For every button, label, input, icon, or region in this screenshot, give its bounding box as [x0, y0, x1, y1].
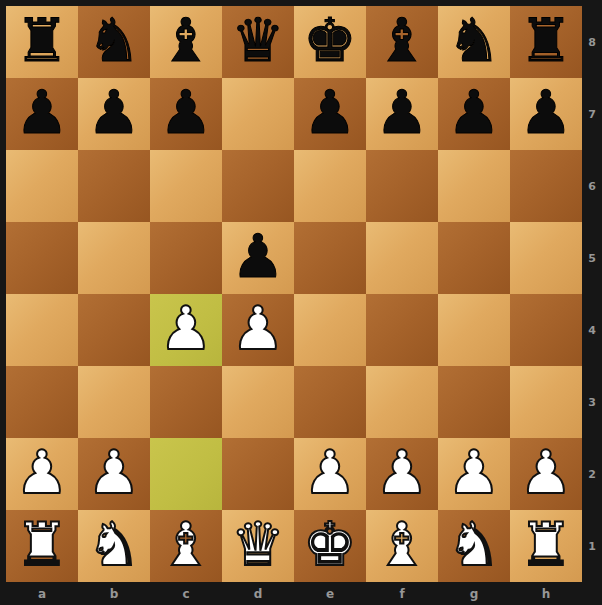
rank-label-2: 2: [582, 438, 602, 510]
file-label-f: f: [366, 582, 438, 605]
square-a8[interactable]: ♜: [6, 6, 78, 78]
square-b1[interactable]: ♞: [78, 510, 150, 582]
square-h3[interactable]: [510, 366, 582, 438]
square-a1[interactable]: ♜: [6, 510, 78, 582]
rank-labels: 87654321: [582, 6, 602, 582]
square-b6[interactable]: [78, 150, 150, 222]
square-d7[interactable]: [222, 78, 294, 150]
square-f7[interactable]: ♟: [366, 78, 438, 150]
piece-black-pawn[interactable]: ♟: [150, 76, 222, 148]
square-c5[interactable]: [150, 222, 222, 294]
file-labels: abcdefgh: [6, 582, 582, 605]
square-c1[interactable]: ♝: [150, 510, 222, 582]
square-g3[interactable]: [438, 366, 510, 438]
square-b8[interactable]: ♞: [78, 6, 150, 78]
board-frame: ♜♞♝♛♚♝♞♜♟♟♟♟♟♟♟♟♟♟♟♟♟♟♟♟♜♞♝♛♚♝♞♜ 8765432…: [0, 0, 602, 605]
piece-white-pawn[interactable]: ♟: [294, 436, 366, 508]
square-f5[interactable]: [366, 222, 438, 294]
piece-black-pawn[interactable]: ♟: [222, 220, 294, 292]
file-label-e: e: [294, 582, 366, 605]
piece-black-bishop[interactable]: ♝: [150, 4, 222, 76]
square-d8[interactable]: ♛: [222, 6, 294, 78]
square-d2[interactable]: [222, 438, 294, 510]
square-e1[interactable]: ♚: [294, 510, 366, 582]
rank-label-5: 5: [582, 222, 602, 294]
file-label-g: g: [438, 582, 510, 605]
square-g7[interactable]: ♟: [438, 78, 510, 150]
piece-black-pawn[interactable]: ♟: [294, 76, 366, 148]
square-c7[interactable]: ♟: [150, 78, 222, 150]
square-a3[interactable]: [6, 366, 78, 438]
piece-white-queen[interactable]: ♛: [222, 508, 294, 580]
square-e8[interactable]: ♚: [294, 6, 366, 78]
square-g1[interactable]: ♞: [438, 510, 510, 582]
square-f8[interactable]: ♝: [366, 6, 438, 78]
file-label-c: c: [150, 582, 222, 605]
piece-white-rook[interactable]: ♜: [510, 508, 582, 580]
piece-black-queen[interactable]: ♛: [222, 4, 294, 76]
square-b7[interactable]: ♟: [78, 78, 150, 150]
piece-white-rook[interactable]: ♜: [6, 508, 78, 580]
rank-label-3: 3: [582, 366, 602, 438]
piece-white-pawn[interactable]: ♟: [366, 436, 438, 508]
square-a5[interactable]: [6, 222, 78, 294]
piece-white-pawn[interactable]: ♟: [150, 292, 222, 364]
square-h1[interactable]: ♜: [510, 510, 582, 582]
square-h4[interactable]: [510, 294, 582, 366]
square-d1[interactable]: ♛: [222, 510, 294, 582]
square-c2[interactable]: [150, 438, 222, 510]
piece-white-king[interactable]: ♚: [294, 508, 366, 580]
piece-black-rook[interactable]: ♜: [510, 4, 582, 76]
square-c4[interactable]: ♟: [150, 294, 222, 366]
piece-black-king[interactable]: ♚: [294, 4, 366, 76]
square-c8[interactable]: ♝: [150, 6, 222, 78]
piece-white-bishop[interactable]: ♝: [366, 508, 438, 580]
rank-label-7: 7: [582, 78, 602, 150]
file-label-a: a: [6, 582, 78, 605]
piece-black-knight[interactable]: ♞: [78, 4, 150, 76]
square-e5[interactable]: [294, 222, 366, 294]
square-f2[interactable]: ♟: [366, 438, 438, 510]
piece-black-rook[interactable]: ♜: [6, 4, 78, 76]
square-d6[interactable]: [222, 150, 294, 222]
square-f6[interactable]: [366, 150, 438, 222]
square-h6[interactable]: [510, 150, 582, 222]
square-g6[interactable]: [438, 150, 510, 222]
square-b4[interactable]: [78, 294, 150, 366]
piece-black-pawn[interactable]: ♟: [510, 76, 582, 148]
piece-white-knight[interactable]: ♞: [438, 508, 510, 580]
square-e4[interactable]: [294, 294, 366, 366]
square-d3[interactable]: [222, 366, 294, 438]
piece-white-pawn[interactable]: ♟: [6, 436, 78, 508]
piece-white-pawn[interactable]: ♟: [510, 436, 582, 508]
piece-white-pawn[interactable]: ♟: [222, 292, 294, 364]
square-g2[interactable]: ♟: [438, 438, 510, 510]
square-b3[interactable]: [78, 366, 150, 438]
square-g5[interactable]: [438, 222, 510, 294]
chess-board: ♜♞♝♛♚♝♞♜♟♟♟♟♟♟♟♟♟♟♟♟♟♟♟♟♜♞♝♛♚♝♞♜: [6, 6, 582, 582]
square-g8[interactable]: ♞: [438, 6, 510, 78]
piece-black-pawn[interactable]: ♟: [366, 76, 438, 148]
square-h7[interactable]: ♟: [510, 78, 582, 150]
square-a4[interactable]: [6, 294, 78, 366]
piece-white-pawn[interactable]: ♟: [438, 436, 510, 508]
rank-label-4: 4: [582, 294, 602, 366]
piece-black-bishop[interactable]: ♝: [366, 4, 438, 76]
square-e2[interactable]: ♟: [294, 438, 366, 510]
rank-label-8: 8: [582, 6, 602, 78]
piece-white-bishop[interactable]: ♝: [150, 508, 222, 580]
square-e6[interactable]: [294, 150, 366, 222]
square-c6[interactable]: [150, 150, 222, 222]
file-label-d: d: [222, 582, 294, 605]
square-b5[interactable]: [78, 222, 150, 294]
square-a2[interactable]: ♟: [6, 438, 78, 510]
square-h5[interactable]: [510, 222, 582, 294]
square-a7[interactable]: ♟: [6, 78, 78, 150]
square-d5[interactable]: ♟: [222, 222, 294, 294]
rank-label-6: 6: [582, 150, 602, 222]
piece-black-pawn[interactable]: ♟: [438, 76, 510, 148]
file-label-b: b: [78, 582, 150, 605]
square-d4[interactable]: ♟: [222, 294, 294, 366]
square-c3[interactable]: [150, 366, 222, 438]
square-b2[interactable]: ♟: [78, 438, 150, 510]
rank-label-1: 1: [582, 510, 602, 582]
square-f4[interactable]: [366, 294, 438, 366]
piece-black-pawn[interactable]: ♟: [6, 76, 78, 148]
piece-black-knight[interactable]: ♞: [438, 4, 510, 76]
square-h2[interactable]: ♟: [510, 438, 582, 510]
file-label-h: h: [510, 582, 582, 605]
square-f3[interactable]: [366, 366, 438, 438]
square-f1[interactable]: ♝: [366, 510, 438, 582]
square-g4[interactable]: [438, 294, 510, 366]
piece-white-knight[interactable]: ♞: [78, 508, 150, 580]
piece-black-pawn[interactable]: ♟: [78, 76, 150, 148]
square-h8[interactable]: ♜: [510, 6, 582, 78]
square-a6[interactable]: [6, 150, 78, 222]
square-e7[interactable]: ♟: [294, 78, 366, 150]
piece-white-pawn[interactable]: ♟: [78, 436, 150, 508]
square-e3[interactable]: [294, 366, 366, 438]
